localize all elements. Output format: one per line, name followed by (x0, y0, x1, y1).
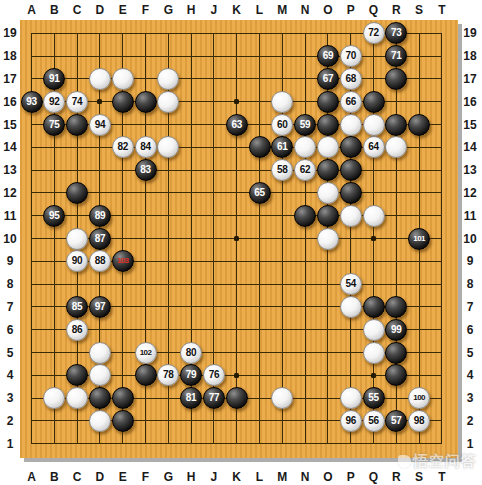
move-number-label: 93 (26, 97, 37, 107)
move-number-label: 57 (391, 416, 402, 426)
white-stone-q19: 72 (363, 22, 385, 44)
black-stone-h3: 81 (180, 387, 202, 409)
black-stone-q3: 55 (363, 387, 385, 409)
row-label-left-6: 6 (7, 323, 14, 337)
white-stone-d5 (89, 342, 111, 364)
move-number-label: 58 (277, 165, 288, 175)
row-label-right-14: 14 (463, 140, 476, 154)
row-label-left-12: 12 (3, 186, 16, 200)
black-stone-s10: 101 (408, 228, 430, 250)
move-number-label: 69 (323, 51, 334, 61)
move-number-label: 88 (95, 256, 106, 266)
move-number-label: 98 (414, 416, 425, 426)
move-number-label: 77 (209, 393, 220, 403)
white-stone-s3: 100 (408, 387, 430, 409)
row-label-right-1: 1 (467, 437, 474, 451)
black-stone-c4 (66, 364, 88, 386)
star-point-d16 (97, 99, 102, 104)
black-stone-l14 (249, 136, 271, 158)
black-stone-r5 (385, 342, 407, 364)
move-number-label: 78 (163, 370, 174, 380)
column-label-bottom-l: L (256, 470, 263, 484)
row-label-right-8: 8 (467, 277, 474, 291)
black-stone-r4 (385, 364, 407, 386)
white-stone-p8: 54 (340, 273, 362, 295)
white-stone-q14: 64 (363, 136, 385, 158)
black-stone-d10: 87 (89, 228, 111, 250)
black-stone-f4 (135, 364, 157, 386)
move-number-label: 68 (345, 74, 356, 84)
black-stone-c12 (66, 182, 88, 204)
white-stone-c16: 74 (66, 91, 88, 113)
black-stone-c7: 85 (66, 296, 88, 318)
column-label-top-h: H (187, 3, 196, 17)
row-label-left-5: 5 (7, 346, 14, 360)
black-stone-e16 (112, 91, 134, 113)
column-label-bottom-c: C (73, 470, 82, 484)
white-stone-c9: 90 (66, 250, 88, 272)
move-number-label: 61 (277, 142, 288, 152)
row-label-left-3: 3 (7, 391, 14, 405)
white-stone-q15 (363, 114, 385, 136)
black-stone-r19: 73 (385, 22, 407, 44)
white-stone-g17 (157, 68, 179, 90)
move-number-label: 96 (345, 416, 356, 426)
row-label-right-4: 4 (467, 368, 474, 382)
move-number-label: 76 (209, 370, 220, 380)
move-number-label: 72 (368, 28, 379, 38)
black-stone-p12 (340, 182, 362, 204)
row-label-right-11: 11 (464, 209, 477, 223)
white-stone-o12 (317, 182, 339, 204)
move-number-label: 82 (117, 142, 128, 152)
black-stone-p13 (340, 159, 362, 181)
black-stone-q7 (363, 296, 385, 318)
column-label-top-f: F (142, 3, 149, 17)
column-label-top-o: O (323, 3, 332, 17)
column-label-bottom-b: B (50, 470, 59, 484)
column-label-top-a: A (27, 3, 36, 17)
white-stone-p2: 96 (340, 410, 362, 432)
star-point-q10 (371, 236, 376, 241)
star-point-q4 (371, 373, 376, 378)
move-number-label: 54 (345, 279, 356, 289)
column-label-top-s: S (415, 3, 423, 17)
column-label-bottom-m: M (277, 470, 287, 484)
column-label-bottom-h: H (187, 470, 196, 484)
black-stone-r17 (385, 68, 407, 90)
white-stone-e17 (112, 68, 134, 90)
move-number-label: 59 (300, 120, 311, 130)
white-stone-p15 (340, 114, 362, 136)
column-label-bottom-q: Q (369, 470, 378, 484)
move-number-label: 102 (140, 349, 152, 357)
move-number-label: 90 (72, 256, 83, 266)
white-stone-j4: 76 (203, 364, 225, 386)
white-stone-d2 (89, 410, 111, 432)
column-label-top-k: K (232, 3, 241, 17)
column-label-top-p: P (347, 3, 355, 17)
row-label-right-18: 18 (463, 49, 476, 63)
column-label-top-g: G (164, 3, 173, 17)
white-stone-m3 (271, 387, 293, 409)
black-stone-p14 (340, 136, 362, 158)
column-label-bottom-o: O (323, 470, 332, 484)
grid-line-vertical (259, 33, 260, 444)
black-stone-s15 (408, 114, 430, 136)
white-stone-c10 (66, 228, 88, 250)
move-number-label: 83 (140, 165, 151, 175)
black-stone-d7: 97 (89, 296, 111, 318)
move-number-label: 92 (49, 97, 60, 107)
white-stone-o10 (317, 228, 339, 250)
white-stone-o14 (317, 136, 339, 158)
row-label-left-9: 9 (7, 254, 14, 268)
row-label-right-3: 3 (467, 391, 474, 405)
move-number-label: 55 (368, 393, 379, 403)
white-stone-f14: 84 (135, 136, 157, 158)
move-number-label: 67 (323, 74, 334, 84)
column-label-bottom-f: F (142, 470, 149, 484)
move-number-label: 74 (72, 97, 83, 107)
star-point-k16 (234, 99, 239, 104)
white-stone-q5 (363, 342, 385, 364)
white-stone-q6 (363, 319, 385, 341)
white-stone-q11 (363, 205, 385, 227)
move-number-label: 62 (300, 165, 311, 175)
column-label-top-t: T (438, 3, 445, 17)
column-label-top-n: N (301, 3, 310, 17)
move-number-label: 91 (49, 74, 60, 84)
white-stone-p17: 68 (340, 68, 362, 90)
column-label-top-m: M (277, 3, 287, 17)
grid-line-horizontal (31, 443, 442, 444)
row-label-right-13: 13 (463, 163, 476, 177)
black-stone-e2 (112, 410, 134, 432)
white-stone-f5: 102 (135, 342, 157, 364)
move-number-label: 66 (345, 97, 356, 107)
black-stone-a16: 93 (21, 91, 43, 113)
row-label-right-5: 5 (467, 346, 474, 360)
white-stone-p16: 66 (340, 91, 362, 113)
black-stone-r7 (385, 296, 407, 318)
black-stone-r6: 99 (385, 319, 407, 341)
black-stone-l12: 65 (249, 182, 271, 204)
column-label-bottom-n: N (301, 470, 310, 484)
black-stone-j3: 77 (203, 387, 225, 409)
row-label-left-11: 11 (4, 209, 17, 223)
white-stone-n13: 62 (294, 159, 316, 181)
black-stone-c15 (66, 114, 88, 136)
black-stone-o15 (317, 114, 339, 136)
row-label-left-10: 10 (3, 232, 16, 246)
white-stone-p18: 70 (340, 45, 362, 67)
column-label-bottom-e: E (119, 470, 127, 484)
column-label-bottom-s: S (415, 470, 423, 484)
white-stone-s2: 98 (408, 410, 430, 432)
row-label-left-13: 13 (3, 163, 16, 177)
move-number-label: 75 (49, 120, 60, 130)
move-number-label: 63 (231, 120, 242, 130)
row-label-left-1: 1 (7, 437, 14, 451)
black-stone-d11: 89 (89, 205, 111, 227)
column-label-bottom-p: P (347, 470, 355, 484)
black-stone-o17: 67 (317, 68, 339, 90)
white-stone-b16: 92 (43, 91, 65, 113)
go-board[interactable]: 7273697071916768939274667594636059828461… (20, 20, 458, 458)
go-diagram-screen: 7273697071916768939274667594636059828461… (0, 0, 482, 485)
white-stone-e14: 82 (112, 136, 134, 158)
move-number-label: 71 (391, 51, 402, 61)
white-stone-d4 (89, 364, 111, 386)
column-label-bottom-k: K (232, 470, 241, 484)
white-stone-g14 (157, 136, 179, 158)
row-label-left-15: 15 (3, 118, 16, 132)
white-stone-p3 (340, 387, 362, 409)
move-number-label: 99 (391, 325, 402, 335)
column-label-bottom-j: J (211, 470, 218, 484)
row-label-right-7: 7 (467, 300, 474, 314)
row-label-left-2: 2 (7, 414, 14, 428)
black-stone-d3 (89, 387, 111, 409)
black-stone-o16 (317, 91, 339, 113)
move-number-label: 84 (140, 142, 151, 152)
black-stone-e9: 103 (112, 250, 134, 272)
white-stone-c6: 86 (66, 319, 88, 341)
row-label-right-16: 16 (463, 95, 476, 109)
black-stone-r2: 57 (385, 410, 407, 432)
column-label-top-r: R (392, 3, 401, 17)
row-label-left-8: 8 (7, 277, 14, 291)
black-stone-r18: 71 (385, 45, 407, 67)
black-stone-n11 (294, 205, 316, 227)
black-stone-b15: 75 (43, 114, 65, 136)
white-stone-g4: 78 (157, 364, 179, 386)
row-label-left-18: 18 (3, 49, 16, 63)
row-label-left-19: 19 (3, 26, 16, 40)
column-label-top-l: L (256, 3, 263, 17)
move-number-label: 64 (368, 142, 379, 152)
column-label-top-d: D (96, 3, 105, 17)
white-stone-m15: 60 (271, 114, 293, 136)
move-number-label: 79 (186, 370, 197, 380)
white-stone-n14 (294, 136, 316, 158)
black-stone-q16 (363, 91, 385, 113)
column-label-bottom-t: T (438, 470, 445, 484)
move-number-label: 86 (72, 325, 83, 335)
column-label-bottom-a: A (27, 470, 36, 484)
move-number-label: 73 (391, 28, 402, 38)
white-stone-h5: 80 (180, 342, 202, 364)
row-label-left-4: 4 (7, 368, 14, 382)
star-point-k4 (234, 373, 239, 378)
row-label-right-10: 10 (463, 232, 476, 246)
black-stone-k15: 63 (226, 114, 248, 136)
grid-line-vertical (305, 33, 306, 444)
move-number-label: 103 (117, 257, 129, 265)
black-stone-b11: 95 (43, 205, 65, 227)
column-label-top-c: C (73, 3, 82, 17)
white-stone-r14 (385, 136, 407, 158)
black-stone-n15: 59 (294, 114, 316, 136)
move-number-label: 80 (186, 348, 197, 358)
move-number-label: 89 (95, 211, 106, 221)
grid-line-vertical (441, 33, 442, 444)
move-number-label: 95 (49, 211, 60, 221)
move-number-label: 101 (413, 235, 425, 243)
row-label-left-7: 7 (7, 300, 14, 314)
move-number-label: 60 (277, 120, 288, 130)
white-stone-p11 (340, 205, 362, 227)
star-point-k10 (234, 236, 239, 241)
white-stone-b3 (43, 387, 65, 409)
white-stone-c3 (66, 387, 88, 409)
column-label-top-b: B (50, 3, 59, 17)
white-stone-g16 (157, 91, 179, 113)
move-number-label: 100 (413, 394, 425, 402)
row-label-right-17: 17 (463, 72, 476, 86)
white-stone-d17 (89, 68, 111, 90)
move-number-label: 97 (95, 302, 106, 312)
black-stone-r15 (385, 114, 407, 136)
move-number-label: 65 (254, 188, 265, 198)
move-number-label: 70 (345, 51, 356, 61)
row-label-left-16: 16 (3, 95, 16, 109)
black-stone-o13 (317, 159, 339, 181)
white-stone-p7 (340, 296, 362, 318)
black-stone-f13: 83 (135, 159, 157, 181)
move-number-label: 94 (95, 120, 106, 130)
column-label-top-e: E (119, 3, 127, 17)
black-stone-k3 (226, 387, 248, 409)
column-label-bottom-g: G (164, 470, 173, 484)
black-stone-e3 (112, 387, 134, 409)
grid-line-horizontal (31, 284, 442, 285)
move-number-label: 56 (368, 416, 379, 426)
white-stone-m16 (271, 91, 293, 113)
row-label-right-2: 2 (467, 414, 474, 428)
column-label-top-j: J (211, 3, 218, 17)
row-label-left-14: 14 (3, 140, 16, 154)
move-number-label: 87 (95, 234, 106, 244)
column-label-bottom-r: R (392, 470, 401, 484)
black-stone-o18: 69 (317, 45, 339, 67)
black-stone-f16 (135, 91, 157, 113)
row-label-right-19: 19 (463, 26, 476, 40)
column-label-bottom-d: D (96, 470, 105, 484)
row-label-right-15: 15 (463, 118, 476, 132)
move-number-label: 81 (186, 393, 197, 403)
row-label-right-12: 12 (463, 186, 476, 200)
row-label-right-9: 9 (467, 254, 474, 268)
black-stone-h4: 79 (180, 364, 202, 386)
column-label-top-q: Q (369, 3, 378, 17)
white-stone-m13: 58 (271, 159, 293, 181)
black-stone-o11 (317, 205, 339, 227)
black-stone-m14: 61 (271, 136, 293, 158)
row-label-right-6: 6 (467, 323, 474, 337)
white-stone-d15: 94 (89, 114, 111, 136)
move-number-label: 85 (72, 302, 83, 312)
black-stone-b17: 91 (43, 68, 65, 90)
white-stone-d9: 88 (89, 250, 111, 272)
white-stone-q2: 56 (363, 410, 385, 432)
row-label-left-17: 17 (3, 72, 16, 86)
